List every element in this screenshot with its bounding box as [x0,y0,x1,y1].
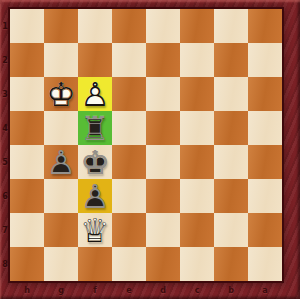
square-d2[interactable] [146,43,180,77]
square-e1[interactable] [112,9,146,43]
square-d8[interactable] [146,247,180,281]
file-label-c: c [180,281,214,299]
file-label-g: g [44,281,78,299]
chess-board-frame: 1 2 3 4 5 6 7 8 ♚♔♟♙♜♖♟♙♚♔♟♙♛♕ h g f e d… [0,0,300,299]
square-e2[interactable] [112,43,146,77]
square-g6[interactable] [44,179,78,213]
square-f3[interactable]: ♟♙ [78,77,112,111]
file-label-h: h [10,281,44,299]
square-e7[interactable] [112,213,146,247]
square-g8[interactable] [44,247,78,281]
rank-label-5: 5 [0,145,10,179]
square-e6[interactable] [112,179,146,213]
square-f1[interactable] [78,9,112,43]
square-b5[interactable] [214,145,248,179]
square-d3[interactable] [146,77,180,111]
file-label-a: a [248,281,282,299]
white-king-outline: ♔ [44,77,78,111]
square-a5[interactable] [248,145,282,179]
square-b7[interactable] [214,213,248,247]
square-e3[interactable] [112,77,146,111]
square-h6[interactable] [10,179,44,213]
square-g3[interactable]: ♚♔ [44,77,78,111]
square-g7[interactable] [44,213,78,247]
rank-label-6: 6 [0,179,10,213]
file-label-e: e [112,281,146,299]
file-label-d: d [146,281,180,299]
square-d1[interactable] [146,9,180,43]
rank-label-3: 3 [0,77,10,111]
file-label-f: f [78,281,112,299]
square-f8[interactable] [78,247,112,281]
rank-label-8: 8 [0,247,10,281]
square-c6[interactable] [180,179,214,213]
black-king-outline: ♔ [78,145,112,179]
square-b3[interactable] [214,77,248,111]
black-rook[interactable]: ♜ [78,111,112,145]
square-c1[interactable] [180,9,214,43]
square-b2[interactable] [214,43,248,77]
square-c5[interactable] [180,145,214,179]
square-h8[interactable] [10,247,44,281]
square-c4[interactable] [180,111,214,145]
black-rook-outline: ♖ [78,111,112,145]
square-h1[interactable] [10,9,44,43]
square-b8[interactable] [214,247,248,281]
square-f4[interactable]: ♜♖ [78,111,112,145]
square-d5[interactable] [146,145,180,179]
black-pawn[interactable]: ♟ [44,145,78,179]
white-queen[interactable]: ♛ [78,213,112,247]
square-e4[interactable] [112,111,146,145]
square-f2[interactable] [78,43,112,77]
black-king[interactable]: ♚ [78,145,112,179]
square-c3[interactable] [180,77,214,111]
square-d6[interactable] [146,179,180,213]
square-f5[interactable]: ♚♔ [78,145,112,179]
square-f6[interactable]: ♟♙ [78,179,112,213]
square-d4[interactable] [146,111,180,145]
square-g1[interactable] [44,9,78,43]
rank-label-2: 2 [0,43,10,77]
square-h4[interactable] [10,111,44,145]
rank-label-7: 7 [0,213,10,247]
square-h2[interactable] [10,43,44,77]
square-b4[interactable] [214,111,248,145]
square-c7[interactable] [180,213,214,247]
file-label-b: b [214,281,248,299]
square-c2[interactable] [180,43,214,77]
square-g2[interactable] [44,43,78,77]
square-g4[interactable] [44,111,78,145]
rank-label-4: 4 [0,111,10,145]
square-a8[interactable] [248,247,282,281]
black-pawn-outline: ♙ [78,179,112,213]
square-b6[interactable] [214,179,248,213]
file-labels: h g f e d c b a [10,281,282,299]
square-e5[interactable] [112,145,146,179]
black-pawn[interactable]: ♟ [78,179,112,213]
square-g5[interactable]: ♟♙ [44,145,78,179]
square-h7[interactable] [10,213,44,247]
square-a4[interactable] [248,111,282,145]
square-f7[interactable]: ♛♕ [78,213,112,247]
square-a2[interactable] [248,43,282,77]
square-a3[interactable] [248,77,282,111]
square-a7[interactable] [248,213,282,247]
black-pawn-outline: ♙ [44,145,78,179]
white-queen-outline: ♕ [78,213,112,247]
rank-labels: 1 2 3 4 5 6 7 8 [0,9,10,281]
square-c8[interactable] [180,247,214,281]
board[interactable]: ♚♔♟♙♜♖♟♙♚♔♟♙♛♕ [10,9,282,281]
rank-label-1: 1 [0,9,10,43]
square-a1[interactable] [248,9,282,43]
square-e8[interactable] [112,247,146,281]
square-a6[interactable] [248,179,282,213]
square-h5[interactable] [10,145,44,179]
white-pawn[interactable]: ♟ [78,77,112,111]
square-b1[interactable] [214,9,248,43]
square-h3[interactable] [10,77,44,111]
white-pawn-outline: ♙ [78,77,112,111]
white-king[interactable]: ♚ [44,77,78,111]
square-d7[interactable] [146,213,180,247]
